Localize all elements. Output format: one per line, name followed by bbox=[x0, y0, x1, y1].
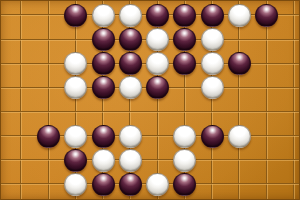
grid-line-horizontal bbox=[1, 111, 299, 112]
stone-black: ● bbox=[173, 173, 196, 196]
stone-white: ○ bbox=[146, 52, 169, 75]
gomoku-board[interactable]: ●○○●●●○●●●○●○○●●○●○●○●○●○●○●○○●○●○○○○●●○… bbox=[0, 0, 300, 200]
stone-white: ○ bbox=[201, 76, 224, 99]
stone-white: ○ bbox=[119, 4, 142, 27]
grid-line-horizontal bbox=[1, 159, 299, 160]
stone-white: ○ bbox=[146, 173, 169, 196]
stone-white: ○ bbox=[146, 28, 169, 51]
stone-white: ○ bbox=[119, 125, 142, 148]
stone-white: ○ bbox=[173, 149, 196, 172]
stone-white: ○ bbox=[64, 76, 87, 99]
stone-black: ● bbox=[64, 4, 87, 27]
grid-line-vertical bbox=[238, 1, 239, 199]
stone-white: ○ bbox=[228, 125, 251, 148]
stone-white: ○ bbox=[201, 52, 224, 75]
grid-line-vertical bbox=[20, 1, 21, 199]
stone-white: ○ bbox=[173, 125, 196, 148]
stone-black: ● bbox=[146, 76, 169, 99]
stone-black: ● bbox=[146, 4, 169, 27]
stone-black: ● bbox=[255, 4, 278, 27]
stone-black: ● bbox=[119, 52, 142, 75]
stone-white: ○ bbox=[64, 125, 87, 148]
stone-black: ● bbox=[119, 28, 142, 51]
stone-black: ● bbox=[37, 125, 60, 148]
stone-white: ○ bbox=[228, 4, 251, 27]
stone-black: ● bbox=[92, 173, 115, 196]
stone-white: ○ bbox=[64, 52, 87, 75]
stone-black: ● bbox=[92, 28, 115, 51]
stone-white: ○ bbox=[119, 149, 142, 172]
stone-black: ● bbox=[119, 173, 142, 196]
stone-black: ● bbox=[173, 4, 196, 27]
stone-black: ● bbox=[173, 28, 196, 51]
stone-white: ○ bbox=[92, 149, 115, 172]
stone-white: ○ bbox=[64, 173, 87, 196]
grid-line-vertical bbox=[293, 1, 294, 199]
stone-black: ● bbox=[92, 76, 115, 99]
stone-black: ● bbox=[201, 125, 224, 148]
stone-black: ● bbox=[64, 149, 87, 172]
stone-black: ● bbox=[201, 4, 224, 27]
stone-black: ● bbox=[92, 52, 115, 75]
grid-line-vertical bbox=[266, 1, 267, 199]
grid-line-vertical bbox=[48, 1, 49, 199]
stone-black: ● bbox=[173, 52, 196, 75]
stone-black: ● bbox=[228, 52, 251, 75]
stone-white: ○ bbox=[119, 76, 142, 99]
stone-white: ○ bbox=[92, 4, 115, 27]
stone-black: ● bbox=[92, 125, 115, 148]
stone-white: ○ bbox=[201, 28, 224, 51]
